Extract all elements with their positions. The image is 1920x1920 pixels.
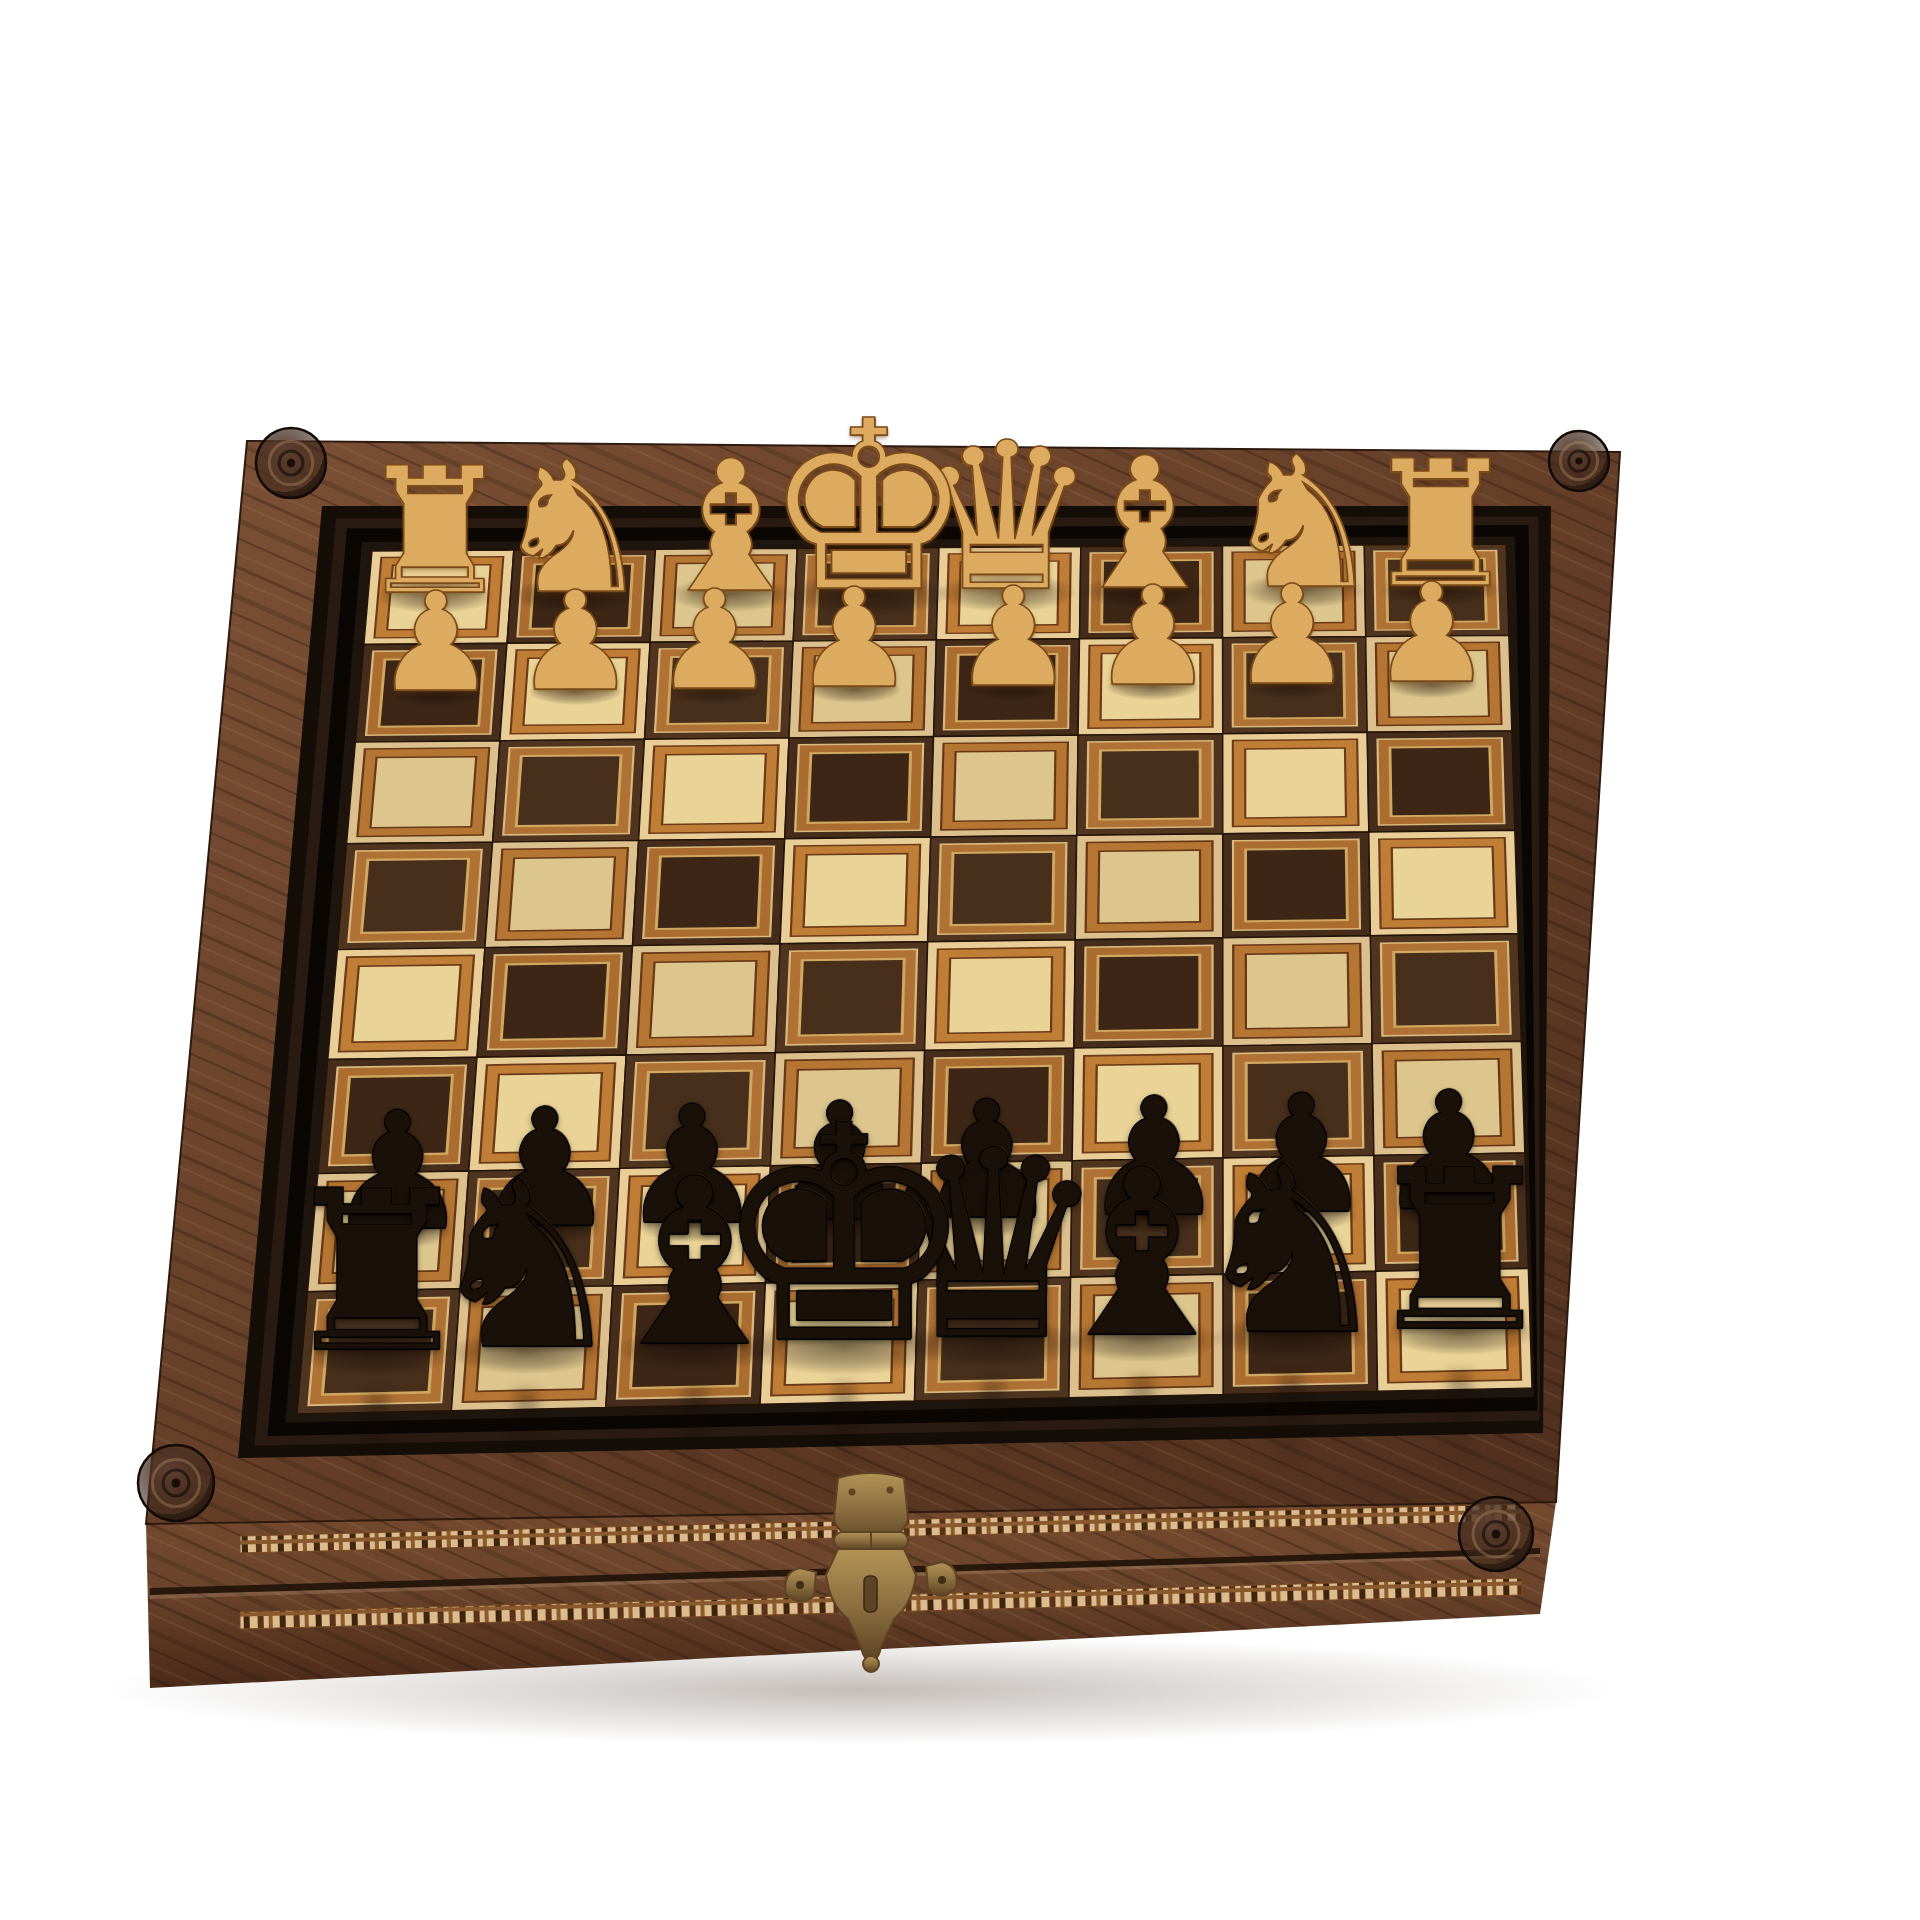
piece-white-pawn-h2[interactable]: ♟ xyxy=(367,574,504,711)
knob-top-right xyxy=(1549,431,1609,491)
square-b5[interactable] xyxy=(1223,936,1372,1046)
square-f3[interactable] xyxy=(639,738,789,841)
chess-board xyxy=(0,0,1920,1920)
square-d4[interactable] xyxy=(928,835,1077,941)
square-g3[interactable] xyxy=(493,739,645,842)
knob-top-left xyxy=(256,428,326,498)
piece-white-pawn-e2[interactable]: ♟ xyxy=(786,570,923,707)
square-b4[interactable] xyxy=(1223,832,1371,938)
photo-stage: ♜♞♝♛♚♝♞♜♟♟♟♟♟♟♟♟♟♟♟♟♟♟♟♟♜♞♝♛♚♝♞♜ xyxy=(0,0,1920,1920)
square-c5[interactable] xyxy=(1074,938,1223,1048)
square-g5[interactable] xyxy=(477,946,633,1058)
square-e4[interactable] xyxy=(780,837,931,944)
piece-black-rook-h8[interactable]: ♜ xyxy=(266,1162,488,1384)
square-g4[interactable] xyxy=(485,840,639,947)
square-e3[interactable] xyxy=(785,737,934,839)
square-f4[interactable] xyxy=(633,839,785,946)
square-a4[interactable] xyxy=(1369,830,1518,936)
square-c4[interactable] xyxy=(1075,834,1223,940)
piece-white-pawn-a2[interactable]: ♟ xyxy=(1363,565,1500,702)
piece-white-pawn-f2[interactable]: ♟ xyxy=(646,572,783,709)
piece-white-pawn-d2[interactable]: ♟ xyxy=(945,569,1082,706)
square-b3[interactable] xyxy=(1223,732,1369,833)
square-h4[interactable] xyxy=(337,842,492,950)
knob-bottom-right xyxy=(1459,1497,1533,1571)
square-h3[interactable] xyxy=(347,741,500,844)
square-a5[interactable] xyxy=(1370,934,1521,1044)
square-d3[interactable] xyxy=(931,735,1078,837)
piece-white-pawn-g2[interactable]: ♟ xyxy=(507,573,644,710)
piece-white-pawn-c2[interactable]: ♟ xyxy=(1084,568,1221,705)
square-a3[interactable] xyxy=(1367,731,1515,832)
piece-white-pawn-b2[interactable]: ♟ xyxy=(1224,567,1361,704)
square-c3[interactable] xyxy=(1077,734,1223,836)
square-h5[interactable] xyxy=(328,948,485,1060)
square-e5[interactable] xyxy=(775,942,927,1053)
square-d5[interactable] xyxy=(925,940,1076,1051)
knob-bottom-left xyxy=(138,1445,214,1521)
square-f5[interactable] xyxy=(626,944,780,1055)
